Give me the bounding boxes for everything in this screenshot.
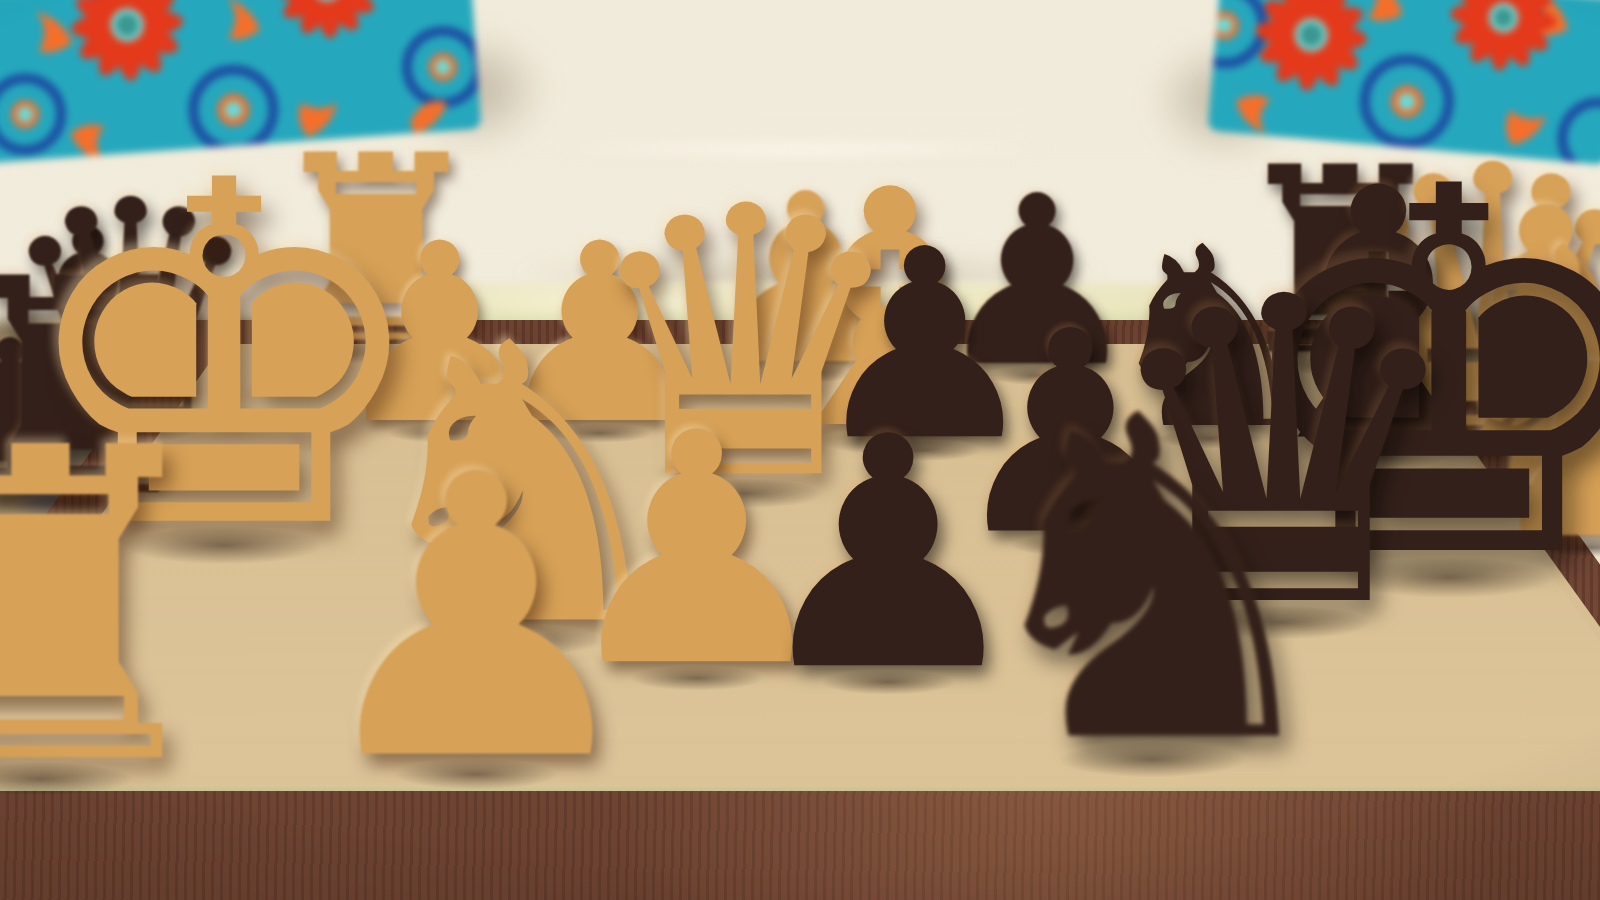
piece-light-rook-a2[interactable]: ♜	[0, 393, 234, 823]
piece-light-pawn-c2[interactable]: ♟	[302, 425, 650, 813]
piece-dark-knight-f2[interactable]: ♞	[952, 360, 1351, 805]
living-room-scene: ♜♜♟♟♝♛♟♟♞♝♛♟♝♝♟♛♞♜♚♟♟♚♛♞♟♟♞♟♜	[0, 0, 1600, 900]
